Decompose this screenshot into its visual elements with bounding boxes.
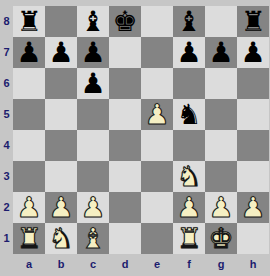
file-label-f: f xyxy=(173,254,205,276)
rank-label-4: 4 xyxy=(0,130,13,161)
white-pawn-g2[interactable]: ♟ xyxy=(208,192,233,223)
square-d3[interactable] xyxy=(109,161,141,192)
white-rook-a1[interactable]: ♜ xyxy=(16,223,41,254)
square-f4[interactable] xyxy=(173,130,205,161)
square-g7[interactable]: ♟ xyxy=(205,37,237,68)
file-label-e: e xyxy=(141,254,173,276)
square-a7[interactable]: ♟ xyxy=(13,37,45,68)
black-bishop-f8[interactable]: ♝ xyxy=(176,6,201,37)
rank-label-7: 7 xyxy=(0,37,13,68)
black-rook-a8[interactable]: ♜ xyxy=(16,6,41,37)
square-c5[interactable] xyxy=(77,99,109,130)
black-king-d8[interactable]: ♚ xyxy=(112,6,137,37)
square-c4[interactable] xyxy=(77,130,109,161)
rank-labels: 87654321 xyxy=(0,6,13,254)
black-pawn-h7[interactable]: ♟ xyxy=(240,37,265,68)
square-f5[interactable]: ♞ xyxy=(173,99,205,130)
white-pawn-b2[interactable]: ♟ xyxy=(48,192,73,223)
white-king-g1[interactable]: ♚ xyxy=(208,223,233,254)
square-f3[interactable]: ♞ xyxy=(173,161,205,192)
square-e3[interactable] xyxy=(141,161,173,192)
file-label-a: a xyxy=(13,254,45,276)
square-d7[interactable] xyxy=(109,37,141,68)
square-b6[interactable] xyxy=(45,68,77,99)
black-pawn-c7[interactable]: ♟ xyxy=(80,37,105,68)
white-knight-f3[interactable]: ♞ xyxy=(176,161,201,192)
square-d4[interactable] xyxy=(109,130,141,161)
square-b8[interactable] xyxy=(45,6,77,37)
square-g4[interactable] xyxy=(205,130,237,161)
black-knight-f5[interactable]: ♞ xyxy=(176,99,201,130)
black-rook-h8[interactable]: ♜ xyxy=(240,6,265,37)
file-label-h: h xyxy=(237,254,269,276)
file-label-b: b xyxy=(45,254,77,276)
square-a8[interactable]: ♜ xyxy=(13,6,45,37)
square-d5[interactable] xyxy=(109,99,141,130)
square-c1[interactable]: ♝ xyxy=(77,223,109,254)
file-label-g: g xyxy=(205,254,237,276)
square-a2[interactable]: ♟ xyxy=(13,192,45,223)
square-h8[interactable]: ♜ xyxy=(237,6,269,37)
square-h7[interactable]: ♟ xyxy=(237,37,269,68)
white-pawn-h2[interactable]: ♟ xyxy=(240,192,265,223)
square-e1[interactable] xyxy=(141,223,173,254)
square-f1[interactable]: ♜ xyxy=(173,223,205,254)
chess-board: ♜♝♚♝♜♟♟♟♟♟♟♟♟♞♞♟♟♟♟♟♟♜♞♝♜♚ xyxy=(13,6,269,254)
square-b1[interactable]: ♞ xyxy=(45,223,77,254)
white-knight-b1[interactable]: ♞ xyxy=(48,223,73,254)
square-a5[interactable] xyxy=(13,99,45,130)
square-h3[interactable] xyxy=(237,161,269,192)
square-f7[interactable]: ♟ xyxy=(173,37,205,68)
square-c2[interactable]: ♟ xyxy=(77,192,109,223)
square-d8[interactable]: ♚ xyxy=(109,6,141,37)
square-a4[interactable] xyxy=(13,130,45,161)
rank-label-8: 8 xyxy=(0,6,13,37)
square-f6[interactable] xyxy=(173,68,205,99)
file-labels: abcdefgh xyxy=(13,254,269,276)
square-e8[interactable] xyxy=(141,6,173,37)
rank-label-1: 1 xyxy=(0,223,13,254)
square-e6[interactable] xyxy=(141,68,173,99)
square-c8[interactable]: ♝ xyxy=(77,6,109,37)
square-b2[interactable]: ♟ xyxy=(45,192,77,223)
square-h1[interactable] xyxy=(237,223,269,254)
square-c6[interactable]: ♟ xyxy=(77,68,109,99)
square-e5[interactable]: ♟ xyxy=(141,99,173,130)
square-h4[interactable] xyxy=(237,130,269,161)
square-e4[interactable] xyxy=(141,130,173,161)
square-h6[interactable] xyxy=(237,68,269,99)
square-c7[interactable]: ♟ xyxy=(77,37,109,68)
square-d2[interactable] xyxy=(109,192,141,223)
square-d1[interactable] xyxy=(109,223,141,254)
square-a3[interactable] xyxy=(13,161,45,192)
white-pawn-f2[interactable]: ♟ xyxy=(176,192,201,223)
square-a1[interactable]: ♜ xyxy=(13,223,45,254)
black-pawn-b7[interactable]: ♟ xyxy=(48,37,73,68)
square-b4[interactable] xyxy=(45,130,77,161)
square-f8[interactable]: ♝ xyxy=(173,6,205,37)
white-pawn-c2[interactable]: ♟ xyxy=(80,192,105,223)
rank-label-2: 2 xyxy=(0,192,13,223)
square-e2[interactable] xyxy=(141,192,173,223)
square-g1[interactable]: ♚ xyxy=(205,223,237,254)
square-e7[interactable] xyxy=(141,37,173,68)
square-b5[interactable] xyxy=(45,99,77,130)
square-a6[interactable] xyxy=(13,68,45,99)
black-pawn-f7[interactable]: ♟ xyxy=(176,37,201,68)
square-g6[interactable] xyxy=(205,68,237,99)
square-g3[interactable] xyxy=(205,161,237,192)
rank-label-6: 6 xyxy=(0,68,13,99)
square-d6[interactable] xyxy=(109,68,141,99)
square-b3[interactable] xyxy=(45,161,77,192)
white-pawn-a2[interactable]: ♟ xyxy=(16,192,41,223)
white-pawn-e5[interactable]: ♟ xyxy=(144,99,169,130)
black-pawn-c6[interactable]: ♟ xyxy=(80,68,105,99)
square-g8[interactable] xyxy=(205,6,237,37)
square-g5[interactable] xyxy=(205,99,237,130)
black-pawn-g7[interactable]: ♟ xyxy=(208,37,233,68)
square-h5[interactable] xyxy=(237,99,269,130)
square-f2[interactable]: ♟ xyxy=(173,192,205,223)
square-c3[interactable] xyxy=(77,161,109,192)
rank-label-3: 3 xyxy=(0,161,13,192)
white-rook-f1[interactable]: ♜ xyxy=(176,223,201,254)
black-pawn-a7[interactable]: ♟ xyxy=(16,37,41,68)
file-label-d: d xyxy=(109,254,141,276)
square-h2[interactable]: ♟ xyxy=(237,192,269,223)
white-bishop-c1[interactable]: ♝ xyxy=(80,223,105,254)
black-bishop-c8[interactable]: ♝ xyxy=(80,6,105,37)
file-label-c: c xyxy=(77,254,109,276)
chess-diagram: 87654321 ♜♝♚♝♜♟♟♟♟♟♟♟♟♞♞♟♟♟♟♟♟♜♞♝♜♚ abcd… xyxy=(0,0,270,276)
square-g2[interactable]: ♟ xyxy=(205,192,237,223)
rank-label-5: 5 xyxy=(0,99,13,130)
square-b7[interactable]: ♟ xyxy=(45,37,77,68)
